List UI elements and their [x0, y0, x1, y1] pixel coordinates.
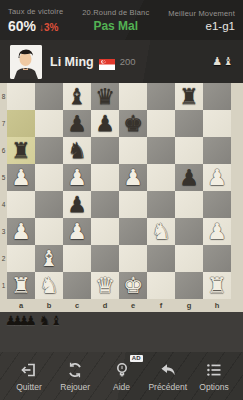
best-move-block: Meilleur Movement e1-g1	[168, 9, 235, 32]
piece-black-pawn: ♟	[95, 110, 115, 137]
square-f6[interactable]	[147, 137, 175, 164]
square-h7[interactable]	[203, 110, 231, 137]
piece-white-pawn: ♟	[207, 218, 227, 245]
replay-icon	[66, 361, 84, 379]
round-label: 20.Round de Blanc	[82, 8, 149, 17]
square-e3[interactable]	[119, 218, 147, 245]
piece-white-king: ♚	[123, 272, 143, 299]
file-label-c: c	[63, 299, 91, 312]
file-label-h: h	[203, 299, 231, 312]
square-e4[interactable]	[119, 191, 147, 218]
board-right-frame	[231, 137, 243, 164]
square-e2[interactable]	[119, 245, 147, 272]
square-f1[interactable]	[147, 272, 175, 299]
square-d5[interactable]	[91, 164, 119, 191]
ad-badge: AD	[130, 355, 143, 362]
square-f5[interactable]	[147, 164, 175, 191]
rank-label-1: 1	[0, 272, 7, 299]
square-a2[interactable]	[7, 245, 35, 272]
square-g7[interactable]	[175, 110, 203, 137]
file-label-e: e	[119, 299, 147, 312]
list-icon	[205, 361, 223, 379]
piece-white-rook: ♜	[11, 272, 31, 299]
bottom-toolbar: Quitter Rejouer AD	[0, 352, 243, 400]
piece-white-pawn: ♟	[123, 164, 143, 191]
board-corner	[0, 299, 7, 312]
board-right-frame	[231, 110, 243, 137]
square-g5[interactable]: ♟	[175, 164, 203, 191]
board-right-frame	[231, 245, 243, 272]
replay-button[interactable]: Rejouer	[52, 361, 98, 392]
piece-white-knight: ♞	[39, 272, 59, 299]
square-g3[interactable]	[175, 218, 203, 245]
square-h3[interactable]: ♟	[203, 218, 231, 245]
square-e6[interactable]	[119, 137, 147, 164]
square-d7[interactable]: ♟	[91, 110, 119, 137]
rank-label-7: 7	[0, 110, 7, 137]
board-corner	[231, 299, 243, 312]
square-f7[interactable]	[147, 110, 175, 137]
square-d8[interactable]: ♛	[91, 83, 119, 110]
captured-black-bishop-icon: ♝	[50, 314, 62, 328]
piece-white-pawn: ♟	[207, 164, 227, 191]
opponent-avatar	[10, 45, 42, 79]
piece-white-rook: ♜	[207, 272, 227, 299]
square-f4[interactable]	[147, 191, 175, 218]
opponent-row: Li Ming 200 ♟♝	[0, 40, 243, 83]
square-a8[interactable]	[7, 83, 35, 110]
options-button[interactable]: Options	[191, 361, 237, 392]
square-c1[interactable]	[63, 272, 91, 299]
top-info-bar: Taux de victoire 60% ↓3% 20.Round de Bla…	[0, 0, 243, 40]
square-e8[interactable]	[119, 83, 147, 110]
square-g8[interactable]: ♜	[175, 83, 203, 110]
piece-black-pawn: ♟	[67, 110, 87, 137]
board-right-frame	[231, 272, 243, 299]
square-a7[interactable]	[7, 110, 35, 137]
square-a6[interactable]: ♜	[7, 137, 35, 164]
square-h1[interactable]: ♜	[203, 272, 231, 299]
white-bishop-icon: ♝	[223, 56, 233, 68]
piece-white-knight: ♞	[151, 218, 171, 245]
piece-black-pawn: ♟	[67, 191, 87, 218]
square-b3[interactable]	[35, 218, 63, 245]
options-label: Options	[199, 382, 228, 392]
rank-label-8: 8	[0, 83, 7, 110]
win-rate-block: Taux de victoire 60% ↓3%	[8, 7, 63, 34]
captured-by-white-tray: ♟♟♟♟ ♞ ♝	[0, 312, 243, 330]
rank-label-4: 4	[0, 191, 7, 218]
file-label-a: a	[7, 299, 35, 312]
help-label: Aide	[113, 382, 130, 392]
square-h4[interactable]	[203, 191, 231, 218]
board-right-frame	[231, 83, 243, 110]
chess-board: 8♝♛♜7♟♟♚6♜♞5♟♟♟♟♟4♟3♟♟♞♟2♝1♜♞♛♚♜abcdefgh	[0, 83, 243, 312]
square-a3[interactable]: ♟	[7, 218, 35, 245]
piece-white-pawn: ♟	[67, 218, 87, 245]
square-b1[interactable]: ♞	[35, 272, 63, 299]
square-d6[interactable]	[91, 137, 119, 164]
help-button[interactable]: AD Aide	[99, 361, 145, 392]
square-b8[interactable]	[35, 83, 63, 110]
square-b2[interactable]: ♝	[35, 245, 63, 272]
piece-white-pawn: ♟	[11, 164, 31, 191]
piece-black-knight: ♞	[67, 137, 87, 164]
square-b7[interactable]	[35, 110, 63, 137]
piece-black-pawn: ♟	[179, 164, 199, 191]
square-h8[interactable]	[203, 83, 231, 110]
file-label-g: g	[175, 299, 203, 312]
square-g6[interactable]	[175, 137, 203, 164]
rank-label-3: 3	[0, 218, 7, 245]
win-rate-value: 60%	[8, 18, 36, 34]
square-g2[interactable]	[175, 245, 203, 272]
captured-black-knight-icon: ♞	[39, 314, 51, 328]
square-b4[interactable]	[35, 191, 63, 218]
file-label-d: d	[91, 299, 119, 312]
previous-button[interactable]: Précédent	[145, 361, 191, 392]
square-c2[interactable]	[63, 245, 91, 272]
best-move-value: e1-g1	[206, 20, 235, 32]
square-c7[interactable]: ♟	[63, 110, 91, 137]
chess-app: Taux de victoire 60% ↓3% 20.Round de Bla…	[0, 0, 243, 400]
square-c6[interactable]: ♞	[63, 137, 91, 164]
piece-black-king: ♚	[123, 110, 143, 137]
piece-white-queen: ♛	[95, 272, 115, 299]
square-d4[interactable]	[91, 191, 119, 218]
lightbulb-icon	[113, 361, 131, 379]
square-f2[interactable]	[147, 245, 175, 272]
white-pawn-icon: ♟	[212, 56, 222, 68]
piece-black-rook: ♜	[179, 83, 199, 110]
piece-white-pawn: ♟	[11, 218, 31, 245]
replay-label: Rejouer	[60, 382, 90, 392]
square-e1[interactable]: ♚	[119, 272, 147, 299]
square-c8[interactable]: ♝	[63, 83, 91, 110]
rank-label-6: 6	[0, 137, 7, 164]
square-g1[interactable]	[175, 272, 203, 299]
square-e7[interactable]: ♚	[119, 110, 147, 137]
singapore-flag-icon	[99, 56, 115, 67]
square-f3[interactable]: ♞	[147, 218, 175, 245]
square-d1[interactable]: ♛	[91, 272, 119, 299]
undo-icon	[159, 361, 177, 379]
piece-white-pawn: ♟	[67, 164, 87, 191]
square-d3[interactable]	[91, 218, 119, 245]
square-b6[interactable]	[35, 137, 63, 164]
captured-by-black-tray: ♟♝	[212, 56, 233, 68]
win-rate-delta: ↓3%	[39, 22, 58, 33]
square-c4[interactable]: ♟	[63, 191, 91, 218]
captured-black-pawns: ♟♟♟♟	[5, 314, 32, 328]
quit-label: Quitter	[16, 382, 42, 392]
exit-icon	[20, 361, 38, 379]
board-right-frame	[231, 218, 243, 245]
square-c3[interactable]: ♟	[63, 218, 91, 245]
square-f8[interactable]	[147, 83, 175, 110]
round-block: 20.Round de Blanc Pas Mal	[82, 8, 149, 33]
board-right-frame	[231, 164, 243, 191]
square-c5[interactable]: ♟	[63, 164, 91, 191]
best-move-label: Meilleur Movement	[168, 9, 235, 18]
square-a5[interactable]: ♟	[7, 164, 35, 191]
opponent-rating: 200	[120, 56, 136, 67]
piece-black-rook: ♜	[11, 137, 31, 164]
rank-label-2: 2	[0, 245, 7, 272]
square-a4[interactable]	[7, 191, 35, 218]
file-label-b: b	[35, 299, 63, 312]
square-h6[interactable]	[203, 137, 231, 164]
previous-label: Précédent	[148, 382, 187, 392]
square-d2[interactable]	[91, 245, 119, 272]
board-right-frame	[231, 191, 243, 218]
quit-button[interactable]: Quitter	[6, 361, 52, 392]
piece-black-bishop: ♝	[67, 83, 87, 110]
square-b5[interactable]	[35, 164, 63, 191]
win-rate-label: Taux de victoire	[8, 7, 63, 16]
square-h5[interactable]: ♟	[203, 164, 231, 191]
rank-label-5: 5	[0, 164, 7, 191]
opponent-name: Li Ming	[50, 55, 94, 69]
evaluation-text: Pas Mal	[93, 19, 138, 33]
square-a1[interactable]: ♜	[7, 272, 35, 299]
file-label-f: f	[147, 299, 175, 312]
square-h2[interactable]	[203, 245, 231, 272]
piece-white-bishop: ♝	[39, 245, 59, 272]
square-e5[interactable]: ♟	[119, 164, 147, 191]
square-g4[interactable]	[175, 191, 203, 218]
piece-black-queen: ♛	[95, 83, 115, 110]
